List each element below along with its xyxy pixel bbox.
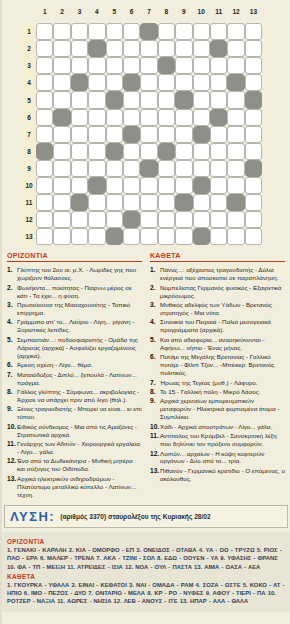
clues-section: ΟΡΙΖΟΝΤΙΑ 1.Γλύπτης του 2ου αι. μ.Χ. - Λ… <box>2 245 290 500</box>
clue-item: 9.Ξένος τραγουδιστής - Μπορεί να είναι..… <box>7 405 142 421</box>
cell-r4c2[interactable] <box>53 74 70 91</box>
cell-r3c2[interactable] <box>53 57 70 74</box>
row-label-5: 5 <box>22 91 36 108</box>
cell-r12c9[interactable] <box>175 211 192 228</box>
clue-number: 13. <box>150 467 159 475</box>
row-label-2: 2 <box>22 40 36 57</box>
cell-r7c5[interactable] <box>106 126 123 143</box>
cell-r10c3[interactable] <box>71 177 88 194</box>
cell-r4c11[interactable] <box>210 74 227 91</box>
crossword-grid: 1234567891011121312345678910111213 <box>22 6 290 245</box>
black-cell-r7c6 <box>123 126 140 143</box>
col-label-6: 6 <box>123 6 140 17</box>
cell-r1c2[interactable] <box>53 23 70 40</box>
clue-text: Λοιπόν... αρχαίων - Η κόψη κοφτερών οργά… <box>160 450 264 465</box>
cell-r5c4[interactable] <box>88 91 105 108</box>
cell-r3c6[interactable] <box>123 57 140 74</box>
black-cell-r5c13 <box>245 91 262 108</box>
down-clue-list: 1.Πάνος...: αξέχαστος τραγουδιστής - Δόλ… <box>150 266 285 482</box>
cell-r10c12[interactable] <box>227 177 244 194</box>
col-label-2: 2 <box>53 6 70 17</box>
black-cell-r2c4 <box>88 40 105 57</box>
cell-r7c2[interactable] <box>53 126 70 143</box>
clue-item: 12.Λοιπόν... αρχαίων - Η κόψη κοφτερών ο… <box>150 450 285 466</box>
cell-r13c4[interactable] <box>88 228 105 245</box>
cell-r5c7[interactable] <box>140 91 157 108</box>
black-cell-r4c6 <box>123 74 140 91</box>
clue-text: Ένα από τα Δωδεκάνησα - Μυθική μητέρα κα… <box>17 457 133 472</box>
black-cell-r6c11 <box>210 109 227 126</box>
col-label-3: 3 <box>71 6 88 17</box>
clue-text: Το 15 - Γαλλική πόλη - Μικρό δάσος. <box>160 388 260 395</box>
cell-r10c6[interactable] <box>123 177 140 194</box>
black-cell-r9c13 <box>245 160 262 177</box>
cell-r5c6[interactable] <box>123 91 140 108</box>
cell-r5c2[interactable] <box>53 91 70 108</box>
cell-r2c7[interactable] <box>140 40 157 57</box>
cell-r2c13[interactable] <box>245 40 262 57</box>
clue-text: Ήρωας της Τεγέας (μυθ.) - Λάφυρο. <box>160 379 257 386</box>
clue-text: Γράμματα απ' το... Λαύριο - Λίγη... ρίγα… <box>17 318 134 333</box>
cell-r6c10[interactable] <box>193 109 210 126</box>
previous-solution-section: ΟΡΙΖΟΝΤΙΑ 1. ΓΕΝΑΚΙ - ΚΑΡΑΛΗ 2. ΚΙΑ - ΟΜ… <box>2 532 290 612</box>
cell-r4c7[interactable] <box>140 74 157 91</box>
row-label-3: 3 <box>22 57 36 74</box>
clue-item: 8.Το 15 - Γαλλική πόλη - Μικρό δάσος. <box>150 388 285 396</box>
solution-down-text: 1. ΓΚΟΥΡΚΑ - ΥΦΑΛΑ 2. ΕΙΝΑΙ - ΚΕΦΑΤΟΙ 3.… <box>7 581 285 606</box>
cell-r7c3[interactable] <box>71 126 88 143</box>
black-cell-r11c3 <box>71 194 88 211</box>
black-cell-r7c10 <box>193 126 210 143</box>
cell-r10c7[interactable] <box>140 177 157 194</box>
clue-item: 4.Συνοικία του Πειραιά - Παλιά μεσογειακ… <box>150 318 285 334</box>
cell-r9c9[interactable] <box>175 160 192 177</box>
col-label-8: 8 <box>158 6 175 17</box>
down-clues-column: ΚΑΘΕΤΑ 1.Πάνος...: αξέχαστος τραγουδιστή… <box>150 252 285 500</box>
cell-r6c3[interactable] <box>71 109 88 126</box>
row-label-8: 8 <box>22 143 36 160</box>
clue-number: 1. <box>7 266 13 274</box>
cell-r9c6[interactable] <box>123 160 140 177</box>
cell-r11c5[interactable] <box>106 194 123 211</box>
cell-r8c7[interactable] <box>140 143 157 160</box>
clue-number: 10. <box>150 423 159 431</box>
clue-number: 4. <box>7 318 13 326</box>
cell-r1c11[interactable] <box>210 23 227 40</box>
cell-r2c3[interactable] <box>71 40 88 57</box>
clue-number: 11. <box>7 440 16 448</box>
cell-r1c4[interactable] <box>88 23 105 40</box>
cell-r11c13[interactable] <box>245 194 262 211</box>
clue-item: 13.Πιθανόν - Γερμανικό κρατίδιο - Ο επόμ… <box>150 467 285 483</box>
black-cell-r8c1 <box>36 143 53 160</box>
col-label-12: 12 <box>227 6 244 17</box>
clue-text: Πρωτεύουσα της Μασαχουσέτης - Τοπικό επί… <box>17 301 130 316</box>
clue-item: 8.Γάλλος γλύπτης - Σύμφωνα... ακριβολογί… <box>7 388 142 404</box>
cell-r11c6[interactable] <box>123 194 140 211</box>
row-label-6: 6 <box>22 109 36 126</box>
cell-r11c11[interactable] <box>210 194 227 211</box>
clue-number: 3. <box>7 301 13 309</box>
cell-r3c3[interactable] <box>71 57 88 74</box>
col-label-9: 9 <box>175 6 192 17</box>
clue-text: Ξένος τραγουδιστής - Μπορεί να είναι... … <box>17 405 142 420</box>
cell-r2c5[interactable] <box>106 40 123 57</box>
cell-r12c2[interactable] <box>53 211 70 228</box>
col-label-10: 10 <box>193 6 210 17</box>
cell-r9c3[interactable] <box>71 160 88 177</box>
solution-banner-label: ΛΥΣΗ: <box>10 509 55 524</box>
cell-r11c10[interactable] <box>193 194 210 211</box>
row-label-10: 10 <box>22 177 36 194</box>
black-cell-r2c11 <box>210 40 227 57</box>
cell-r3c13[interactable] <box>245 57 262 74</box>
cell-r9c2[interactable] <box>53 160 70 177</box>
cell-r4c8[interactable] <box>158 74 175 91</box>
clue-item: 5.Σεμπαστιάν...: ποδοσφαιριστής - Ομάδα … <box>7 336 142 360</box>
black-cell-r4c12 <box>227 74 244 91</box>
cell-r4c13[interactable] <box>245 74 262 91</box>
clue-item: 13.Αρχικά ηλεκτρικών σιδηροδρόμων - Πλατ… <box>7 475 142 499</box>
cell-r9c5[interactable] <box>106 160 123 177</box>
cell-r12c4[interactable] <box>88 211 105 228</box>
clue-text: Ματαιόδοξος - Διπλό... ξεπουλά - Λατίνων… <box>17 371 137 386</box>
cell-r5c12[interactable] <box>227 91 244 108</box>
clue-text: Σεμπαστιάν...: ποδοσφαιριστής - Ομάδα τη… <box>17 336 138 359</box>
cell-r5c1[interactable] <box>36 91 53 108</box>
cell-r9c1[interactable] <box>36 160 53 177</box>
col-label-1: 1 <box>36 6 53 17</box>
clue-text: Πιθανόν - Γερμανικό κρατίδιο - Ο επόμενο… <box>160 467 285 482</box>
cell-r13c11[interactable] <box>210 228 227 245</box>
clue-text: Ειδικός σύνδεσμος - Μια από τις Αμαζόνες… <box>17 423 137 438</box>
clue-number: 4. <box>150 318 156 326</box>
clue-item: 12.Ένα από τα Δωδεκάνησα - Μυθική μητέρα… <box>7 457 142 473</box>
crossword-page: 1234567891011121312345678910111213 ΟΡΙΖΟ… <box>0 0 290 624</box>
cell-r1c8[interactable] <box>158 23 175 40</box>
black-cell-r5c5 <box>106 91 123 108</box>
across-heading: ΟΡΙΖΟΝΤΙΑ <box>7 252 142 262</box>
black-cell-r8c5 <box>106 143 123 160</box>
cell-r9c12[interactable] <box>227 160 244 177</box>
cell-r7c7[interactable] <box>140 126 157 143</box>
cell-r8c2[interactable] <box>53 143 70 160</box>
cell-r7c12[interactable] <box>227 126 244 143</box>
cell-r8c3[interactable] <box>71 143 88 160</box>
row-label-7: 7 <box>22 126 36 143</box>
cell-r3c9[interactable] <box>175 57 192 74</box>
cell-r13c1[interactable] <box>36 228 53 245</box>
clue-number: 5. <box>150 336 156 344</box>
solution-banner-subtitle: (αριθμός 3370) σταυρολέξου της Κυριακής … <box>60 513 210 520</box>
clue-item: 4.Γράμματα απ' το... Λαύριο - Λίγη... ρί… <box>7 318 142 334</box>
cell-r11c2[interactable] <box>53 194 70 211</box>
cell-r5c3[interactable] <box>71 91 88 108</box>
cell-r13c2[interactable] <box>53 228 70 245</box>
cell-r8c12[interactable] <box>227 143 244 160</box>
cell-r12c13[interactable] <box>245 211 262 228</box>
clue-item: 3.Πρωτεύουσα της Μασαχουσέτης - Τοπικό ε… <box>7 301 142 317</box>
cell-r8c10[interactable] <box>193 143 210 160</box>
black-cell-r1c7 <box>140 23 157 40</box>
grid-corner <box>22 6 36 17</box>
clue-number: 11. <box>150 432 159 440</box>
cell-r4c5[interactable] <box>106 74 123 91</box>
cell-r3c11[interactable] <box>210 57 227 74</box>
cell-r3c5[interactable] <box>106 57 123 74</box>
solution-down-heading: ΚΑΘΕΤΑ <box>7 573 285 580</box>
cell-r7c13[interactable] <box>245 126 262 143</box>
cell-r8c4[interactable] <box>88 143 105 160</box>
cell-r1c10[interactable] <box>193 23 210 40</box>
cell-r11c7[interactable] <box>140 194 157 211</box>
clue-item: 2.Νομπελίστας Γερμανός φυσικός - Εξαιρετ… <box>150 284 285 300</box>
clue-text: Άμεση σχέση - Λίγο... θέμα. <box>17 361 93 368</box>
black-cell-r11c12 <box>227 194 244 211</box>
cell-r1c12[interactable] <box>227 23 244 40</box>
cell-r13c13[interactable] <box>245 228 262 245</box>
clue-item: 6.Άμεση σχέση - Λίγο... θέμα. <box>7 361 142 369</box>
solution-across-text: 1. ΓΕΝΑΚΙ - ΚΑΡΑΛΗ 2. ΚΙΑ - ΟΜΟΡΦΟ - ΕΠ … <box>7 546 285 571</box>
cell-r11c1[interactable] <box>36 194 53 211</box>
clue-text: Γλύπτης του 2ου αι. μ.Χ. - Λωρίδες γης π… <box>17 266 136 281</box>
clue-number: 7. <box>150 379 156 387</box>
cell-r6c13[interactable] <box>245 109 262 126</box>
down-heading: ΚΑΘΕΤΑ <box>150 252 285 262</box>
cell-r10c2[interactable] <box>53 177 70 194</box>
cell-r6c8[interactable] <box>158 109 175 126</box>
cell-r3c7[interactable] <box>140 57 157 74</box>
clue-number: 10. <box>7 423 16 431</box>
clue-number: 2. <box>150 284 156 292</box>
clue-text: Φωνήεντα... ποιότητας - Παίρνω μέρος σε … <box>17 284 132 299</box>
clue-text: Νομπελίστας Γερμανός φυσικός - Εξαιρετικ… <box>160 284 281 299</box>
clue-number: 6. <box>150 353 156 361</box>
cell-r1c3[interactable] <box>71 23 88 40</box>
solution-banner: ΛΥΣΗ: (αριθμός 3370) σταυρολέξου της Κυρ… <box>4 505 288 528</box>
row-label-11: 11 <box>22 194 36 211</box>
cell-r6c5[interactable] <box>106 109 123 126</box>
cell-r3c4[interactable] <box>88 57 105 74</box>
clue-number: 3. <box>150 301 156 309</box>
clue-item: 5.Και από αδιαφορία... ανασηκώνονται - Α… <box>150 336 285 352</box>
cell-r12c3[interactable] <box>71 211 88 228</box>
clue-text: Αρχικά ηλεκτρικών σιδηροδρόμων - Πλατύστ… <box>17 475 136 498</box>
col-label-7: 7 <box>140 6 157 17</box>
cell-r6c9[interactable] <box>175 109 192 126</box>
cell-r13c9[interactable] <box>175 228 192 245</box>
cell-r11c4[interactable] <box>88 194 105 211</box>
black-cell-r12c6 <box>123 211 140 228</box>
clue-item: 10.Χάδι - Αρχικά αποστράτων - Λίγο... γά… <box>150 423 285 431</box>
cell-r6c4[interactable] <box>88 109 105 126</box>
black-cell-r13c5 <box>106 228 123 245</box>
clue-text: Γάλλος γλύπτης - Σύμφωνα... ακριβολογίας… <box>17 388 139 403</box>
row-label-12: 12 <box>22 211 36 228</box>
cell-r9c10[interactable] <box>193 160 210 177</box>
clue-text: Ποτάμι της Μεγάλης Βρετανίας - Γαλλικό π… <box>160 353 274 376</box>
cell-r12c5[interactable] <box>106 211 123 228</box>
cell-r10c9[interactable] <box>175 177 192 194</box>
black-cell-r4c3 <box>71 74 88 91</box>
cell-r6c12[interactable] <box>227 109 244 126</box>
cell-r1c6[interactable] <box>123 23 140 40</box>
cell-r10c5[interactable] <box>106 177 123 194</box>
col-label-4: 4 <box>88 6 105 17</box>
cell-r7c11[interactable] <box>210 126 227 143</box>
solution-across-heading: ΟΡΙΖΟΝΤΙΑ <box>7 538 285 545</box>
clue-text: Πάνος...: αξέχαστος τραγουδιστής - Δόλια… <box>160 266 278 281</box>
across-clue-list: 1.Γλύπτης του 2ου αι. μ.Χ. - Λωρίδες γης… <box>7 266 142 498</box>
clue-item: 2.Φωνήεντα... ποιότητας - Παίρνω μέρος σ… <box>7 284 142 300</box>
clue-text: Αντίπαλος του Κρόμβελ - Σανσκριτική λέξη… <box>160 432 277 447</box>
cell-r3c10[interactable] <box>193 57 210 74</box>
cell-r2c6[interactable] <box>123 40 140 57</box>
cell-r7c9[interactable] <box>175 126 192 143</box>
cell-r9c4[interactable] <box>88 160 105 177</box>
cell-r2c12[interactable] <box>227 40 244 57</box>
clue-text: Και από αδιαφορία... ανασηκώνονται - Αφή… <box>160 336 265 351</box>
cell-r4c1[interactable] <box>36 74 53 91</box>
row-label-4: 4 <box>22 74 36 91</box>
cell-r8c11[interactable] <box>210 143 227 160</box>
cell-r13c7[interactable] <box>140 228 157 245</box>
cell-r12c8[interactable] <box>158 211 175 228</box>
clue-item: 9.Αρχικά χερσαίων εμπορευματικών μεταφορ… <box>150 397 285 421</box>
cell-r2c1[interactable] <box>36 40 53 57</box>
clue-item: 1.Πάνος...: αξέχαστος τραγουδιστής - Δόλ… <box>150 266 285 282</box>
cell-r8c13[interactable] <box>245 143 262 160</box>
cell-r7c8[interactable] <box>158 126 175 143</box>
clue-item: 1.Γλύπτης του 2ου αι. μ.Χ. - Λωρίδες γης… <box>7 266 142 282</box>
black-cell-r5c9 <box>175 91 192 108</box>
clue-item: 6.Ποτάμι της Μεγάλης Βρετανίας - Γαλλικό… <box>150 353 285 377</box>
row-label-1: 1 <box>22 23 36 40</box>
black-cell-r6c2 <box>53 109 70 126</box>
clue-text: Γενάρχης των Αδιτών - Χειρουργικά εργαλε… <box>17 440 140 455</box>
cell-r12c1[interactable] <box>36 211 53 228</box>
col-label-13: 13 <box>245 6 262 17</box>
cell-r10c13[interactable] <box>245 177 262 194</box>
black-cell-r10c10 <box>193 177 210 194</box>
col-label-11: 11 <box>210 6 227 17</box>
cell-r4c10[interactable] <box>193 74 210 91</box>
cell-r10c11[interactable] <box>210 177 227 194</box>
cell-r2c10[interactable] <box>193 40 210 57</box>
clue-item: 11.Γενάρχης των Αδιτών - Χειρουργικά εργ… <box>7 440 142 456</box>
cell-r12c11[interactable] <box>210 211 227 228</box>
clue-number: 9. <box>150 397 156 405</box>
black-cell-r13c10 <box>193 228 210 245</box>
clue-text: Χάδι - Αρχικά αποστράτων - Λίγο... γάλα. <box>160 423 272 430</box>
black-cell-r3c8 <box>158 57 175 74</box>
clue-text: Μυθικός αδελφός των Υάδων - Βρετανός στρ… <box>160 301 272 316</box>
cell-r12c10[interactable] <box>193 211 210 228</box>
cell-r8c9[interactable] <box>175 143 192 160</box>
cell-r4c9[interactable] <box>175 74 192 91</box>
clue-number: 12. <box>7 457 16 465</box>
clue-number: 12. <box>150 450 159 458</box>
cell-r13c8[interactable] <box>158 228 175 245</box>
clue-text: Αρχικά χερσαίων εμπορευματικών μεταφορών… <box>160 397 279 420</box>
clue-number: 2. <box>7 284 13 292</box>
clue-number: 6. <box>7 361 13 369</box>
clue-number: 5. <box>7 336 13 344</box>
cell-r6c1[interactable] <box>36 109 53 126</box>
cell-r11c8[interactable] <box>158 194 175 211</box>
clue-number: 1. <box>150 266 156 274</box>
cell-r1c9[interactable] <box>175 23 192 40</box>
cell-r5c10[interactable] <box>193 91 210 108</box>
clue-number: 13. <box>7 475 16 483</box>
cell-r3c12[interactable] <box>227 57 244 74</box>
col-label-5: 5 <box>106 6 123 17</box>
cell-r6c7[interactable] <box>140 109 157 126</box>
crossword-board: 1234567891011121312345678910111213 <box>2 0 290 245</box>
black-cell-r11c9 <box>175 194 192 211</box>
cell-r13c3[interactable] <box>71 228 88 245</box>
cell-r12c12[interactable] <box>227 211 244 228</box>
clue-item: 11.Αντίπαλος του Κρόμβελ - Σανσκριτική λ… <box>150 432 285 448</box>
cell-r5c8[interactable] <box>158 91 175 108</box>
cell-r10c8[interactable] <box>158 177 175 194</box>
cell-r1c13[interactable] <box>245 23 262 40</box>
cell-r2c9[interactable] <box>175 40 192 57</box>
cell-r1c1[interactable] <box>36 23 53 40</box>
black-cell-r10c4 <box>88 177 105 194</box>
cell-r13c12[interactable] <box>227 228 244 245</box>
across-clues-column: ΟΡΙΖΟΝΤΙΑ 1.Γλύπτης του 2ου αι. μ.Χ. - Λ… <box>7 252 142 500</box>
clue-item: 3.Μυθικός αδελφός των Υάδων - Βρετανός σ… <box>150 301 285 317</box>
cell-r7c4[interactable] <box>88 126 105 143</box>
row-label-9: 9 <box>22 160 36 177</box>
cell-r3c1[interactable] <box>36 57 53 74</box>
clue-number: 7. <box>7 371 13 379</box>
cell-r9c8[interactable] <box>158 160 175 177</box>
cell-r7c1[interactable] <box>36 126 53 143</box>
clue-item: 10.Ειδικός σύνδεσμος - Μια από τις Αμαζό… <box>7 423 142 439</box>
cell-r6c6[interactable] <box>123 109 140 126</box>
clue-item: 7.Ήρωας της Τεγέας (μυθ.) - Λάφυρο. <box>150 379 285 387</box>
clue-item: 7.Ματαιόδοξος - Διπλό... ξεπουλά - Λατίν… <box>7 371 142 387</box>
cell-r1c5[interactable] <box>106 23 123 40</box>
clue-number: 8. <box>7 388 13 396</box>
clue-text: Συνοικία του Πειραιά - Παλιά μεσογειακά … <box>160 318 271 333</box>
cell-r13c6[interactable] <box>123 228 140 245</box>
cell-r2c8[interactable] <box>158 40 175 57</box>
black-cell-r9c7 <box>140 160 157 177</box>
cell-r4c4[interactable] <box>88 74 105 91</box>
cell-r10c1[interactable] <box>36 177 53 194</box>
row-label-13: 13 <box>22 228 36 245</box>
clue-number: 8. <box>150 388 156 396</box>
clue-number: 9. <box>7 405 13 413</box>
cell-r12c7[interactable] <box>140 211 157 228</box>
cell-r5c11[interactable] <box>210 91 227 108</box>
cell-r8c6[interactable] <box>123 143 140 160</box>
cell-r9c11[interactable] <box>210 160 227 177</box>
black-cell-r8c8 <box>158 143 175 160</box>
cell-r2c2[interactable] <box>53 40 70 57</box>
